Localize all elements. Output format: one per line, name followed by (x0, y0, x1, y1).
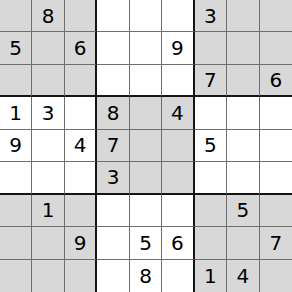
cell-r4c4[interactable]: 8 (97, 97, 129, 129)
cell-r2c5[interactable] (130, 32, 162, 64)
cell-r9c7[interactable]: 1 (195, 260, 227, 292)
cell-r3c1[interactable] (0, 65, 32, 97)
cell-r7c7[interactable] (195, 195, 227, 227)
cell-r6c5[interactable] (130, 162, 162, 194)
cell-r4c6[interactable]: 4 (162, 97, 194, 129)
cell-r7c6[interactable] (162, 195, 194, 227)
cell-r7c2[interactable]: 1 (32, 195, 64, 227)
cell-r8c7[interactable] (195, 227, 227, 259)
cell-r3c3[interactable] (65, 65, 97, 97)
cell-r5c4[interactable]: 7 (97, 130, 129, 162)
cell-r5c1[interactable]: 9 (0, 130, 32, 162)
cell-r8c5[interactable]: 5 (130, 227, 162, 259)
cell-r5c5[interactable] (130, 130, 162, 162)
cell-r6c1[interactable] (0, 162, 32, 194)
cell-r6c9[interactable] (260, 162, 292, 194)
cell-r9c4[interactable] (97, 260, 129, 292)
cell-r1c1[interactable] (0, 0, 32, 32)
cell-r9c6[interactable] (162, 260, 194, 292)
cell-r2c2[interactable] (32, 32, 64, 64)
sudoku-board: 8356976138494753159567814 (0, 0, 292, 292)
cell-r2c1[interactable]: 5 (0, 32, 32, 64)
cell-r7c1[interactable] (0, 195, 32, 227)
cell-r3c9[interactable]: 6 (260, 65, 292, 97)
cell-r9c3[interactable] (65, 260, 97, 292)
cell-r3c2[interactable] (32, 65, 64, 97)
cell-r7c3[interactable] (65, 195, 97, 227)
cell-r6c7[interactable] (195, 162, 227, 194)
cell-r9c5[interactable]: 8 (130, 260, 162, 292)
cell-r2c3[interactable]: 6 (65, 32, 97, 64)
cell-r1c4[interactable] (97, 0, 129, 32)
cell-r5c8[interactable] (227, 130, 259, 162)
cell-r1c9[interactable] (260, 0, 292, 32)
cell-r4c9[interactable] (260, 97, 292, 129)
cell-r1c8[interactable] (227, 0, 259, 32)
cell-r5c2[interactable] (32, 130, 64, 162)
cell-r7c8[interactable]: 5 (227, 195, 259, 227)
cell-r2c4[interactable] (97, 32, 129, 64)
cell-r4c7[interactable] (195, 97, 227, 129)
cell-r6c2[interactable] (32, 162, 64, 194)
cell-r5c9[interactable] (260, 130, 292, 162)
cell-r3c7[interactable]: 7 (195, 65, 227, 97)
cell-r2c6[interactable]: 9 (162, 32, 194, 64)
cell-r9c9[interactable] (260, 260, 292, 292)
cell-r3c6[interactable] (162, 65, 194, 97)
cell-r8c4[interactable] (97, 227, 129, 259)
cell-r8c3[interactable]: 9 (65, 227, 97, 259)
cell-r6c6[interactable] (162, 162, 194, 194)
cell-r5c3[interactable]: 4 (65, 130, 97, 162)
cell-r8c8[interactable] (227, 227, 259, 259)
cell-r7c4[interactable] (97, 195, 129, 227)
cell-r4c5[interactable] (130, 97, 162, 129)
cell-r6c4[interactable]: 3 (97, 162, 129, 194)
cell-r9c2[interactable] (32, 260, 64, 292)
cell-r9c1[interactable] (0, 260, 32, 292)
cell-r3c4[interactable] (97, 65, 129, 97)
cell-r4c1[interactable]: 1 (0, 97, 32, 129)
cell-r9c8[interactable]: 4 (227, 260, 259, 292)
cell-r8c9[interactable]: 7 (260, 227, 292, 259)
cell-r4c3[interactable] (65, 97, 97, 129)
cell-r2c8[interactable] (227, 32, 259, 64)
cell-r7c9[interactable] (260, 195, 292, 227)
cell-r6c8[interactable] (227, 162, 259, 194)
cell-r7c5[interactable] (130, 195, 162, 227)
cell-r8c1[interactable] (0, 227, 32, 259)
cell-r1c5[interactable] (130, 0, 162, 32)
cell-r6c3[interactable] (65, 162, 97, 194)
cell-r3c8[interactable] (227, 65, 259, 97)
cell-r1c3[interactable] (65, 0, 97, 32)
cell-r1c2[interactable]: 8 (32, 0, 64, 32)
cell-r2c9[interactable] (260, 32, 292, 64)
cell-r8c6[interactable]: 6 (162, 227, 194, 259)
cell-r1c6[interactable] (162, 0, 194, 32)
cell-r3c5[interactable] (130, 65, 162, 97)
cell-r4c8[interactable] (227, 97, 259, 129)
cell-r5c7[interactable]: 5 (195, 130, 227, 162)
cell-r2c7[interactable] (195, 32, 227, 64)
cell-r4c2[interactable]: 3 (32, 97, 64, 129)
cell-r1c7[interactable]: 3 (195, 0, 227, 32)
cell-r8c2[interactable] (32, 227, 64, 259)
cell-r5c6[interactable] (162, 130, 194, 162)
